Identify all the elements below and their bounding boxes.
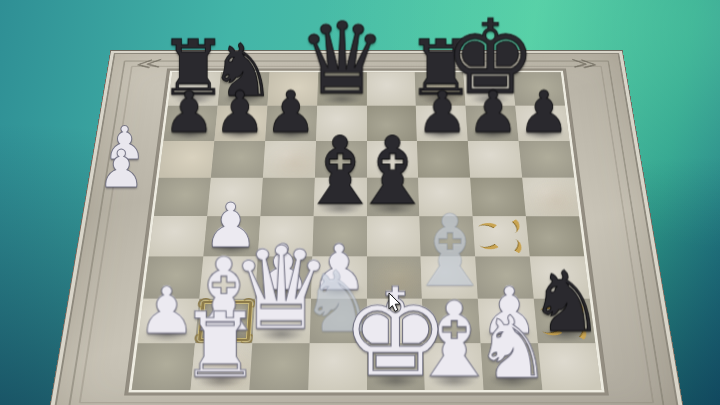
game-scene: ≪ ≫ ♜♞♛♜♚♟♟♟♟♟♟♝♝♟♟♟♝♟♝♛♞♟♞♜♚♝♞ ♟ ♟ <box>0 0 720 405</box>
square-h5[interactable] <box>522 178 579 216</box>
piece-black-pawn-h7[interactable]: ♟ <box>518 87 570 140</box>
square-h7[interactable]: ♟ <box>515 106 569 141</box>
square-h4[interactable] <box>526 216 584 256</box>
piece-black-pawn-a7[interactable]: ♟ <box>163 87 215 140</box>
square-g6[interactable] <box>468 141 522 178</box>
square-b6[interactable] <box>211 141 265 178</box>
square-b1[interactable]: ♜ <box>190 343 252 390</box>
square-b7[interactable]: ♟ <box>214 106 267 141</box>
last-move-mark-g4 <box>504 237 527 253</box>
last-move-mark-g4 <box>503 219 525 235</box>
frame-flourish-right-icon: ≫ <box>568 53 600 73</box>
square-g7[interactable]: ♟ <box>466 106 519 141</box>
board-frame: ≪ ≫ ♜♞♛♜♚♟♟♟♟♟♟♝♝♟♟♟♝♟♝♛♞♟♞♜♚♝♞ <box>46 50 687 405</box>
square-c2[interactable]: ♛ <box>252 299 311 343</box>
chess-board[interactable]: ♜♞♛♜♚♟♟♟♟♟♟♝♝♟♟♟♝♟♝♛♞♟♞♜♚♝♞ <box>132 72 602 390</box>
square-h6[interactable] <box>519 141 574 178</box>
piece-black-pawn-g7[interactable]: ♟ <box>467 87 519 140</box>
square-a7[interactable]: ♟ <box>164 106 218 141</box>
piece-white-rook-b1[interactable]: ♜ <box>179 306 260 389</box>
piece-white-king-e1[interactable]: ♚ <box>341 277 450 389</box>
square-a6[interactable] <box>159 141 214 178</box>
captured-white-pawn-2: ♟ <box>98 143 145 195</box>
square-d8[interactable]: ♛ <box>317 72 367 106</box>
piece-white-knight-g1[interactable]: ♞ <box>474 309 551 388</box>
piece-black-pawn-b7[interactable]: ♟ <box>214 87 266 140</box>
square-e1[interactable]: ♚ <box>367 343 426 390</box>
square-g1[interactable]: ♞ <box>481 343 543 390</box>
